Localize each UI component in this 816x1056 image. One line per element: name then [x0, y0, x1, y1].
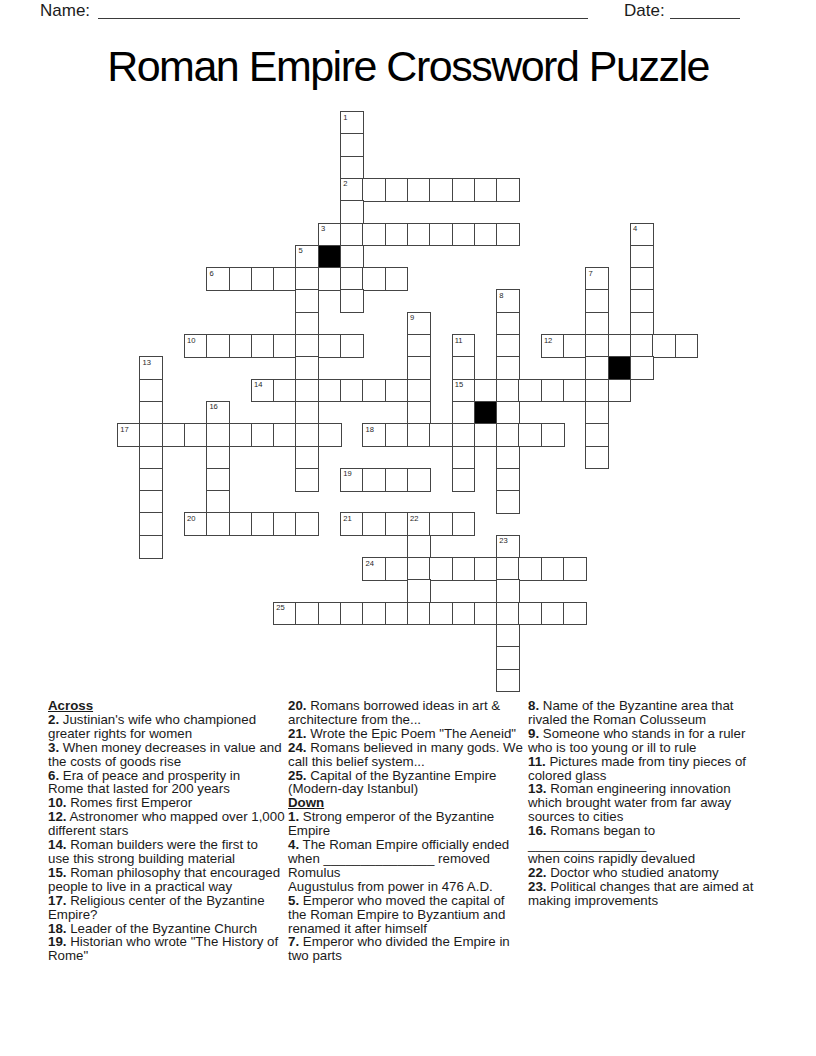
grid-cell[interactable] [407, 535, 431, 559]
clue-number-label: 14. [48, 837, 67, 852]
grid-cell[interactable] [340, 334, 364, 358]
across-clue-10: 10. Romes first Emperor [48, 796, 285, 810]
down-clue-23: 23. Political changes that are aimed at … [528, 880, 765, 908]
grid-cell[interactable] [452, 423, 476, 447]
clue-number: 13 [143, 359, 151, 367]
grid-cell[interactable] [585, 356, 609, 380]
clue-number-label: 2. [48, 712, 59, 727]
clue-number: 21 [343, 515, 351, 523]
block-cell [318, 245, 342, 269]
grid-cell[interactable] [385, 602, 409, 626]
grid-cell[interactable] [496, 334, 520, 358]
clue-number: 10 [187, 337, 195, 345]
grid-cell[interactable] [385, 557, 409, 581]
grid-cell[interactable] [139, 379, 163, 403]
grid-cell[interactable] [429, 512, 453, 536]
date-label: Date: [624, 1, 665, 21]
grid-cell[interactable] [139, 535, 163, 559]
grid-cell[interactable] [585, 423, 609, 447]
grid-cell[interactable] [452, 602, 476, 626]
clue-number-label: 20. [288, 698, 307, 713]
grid-cell[interactable] [496, 423, 520, 447]
grid-cell[interactable] [407, 379, 431, 403]
grid-cell[interactable] [541, 602, 565, 626]
clue-number-label: 21. [288, 726, 307, 741]
clue-number-label: 19. [48, 934, 67, 949]
across-clue-21: 21. Wrote the Epic Poem "The Aeneid" [288, 727, 525, 741]
grid-cell[interactable] [318, 334, 342, 358]
grid-cell[interactable] [295, 423, 319, 447]
down-clue-8: 8. Name of the Byzantine area that rival… [528, 699, 765, 727]
grid-cell[interactable] [474, 178, 498, 202]
grid-cell[interactable] [318, 423, 342, 447]
grid-cell[interactable] [585, 379, 609, 403]
grid-cell[interactable] [206, 446, 230, 470]
grid-cell[interactable] [407, 579, 431, 603]
grid-cell[interactable] [340, 200, 364, 224]
grid-cell[interactable] [139, 423, 163, 447]
grid-cell[interactable] [139, 512, 163, 536]
clue-number-label: 9. [528, 726, 539, 741]
grid-cell[interactable] [496, 401, 520, 425]
grid-cell[interactable] [362, 602, 386, 626]
grid-cell[interactable] [407, 178, 431, 202]
grid-cell[interactable] [139, 446, 163, 470]
clue-column-1: Across2. Justinian's wife who championed… [48, 699, 285, 963]
grid-cell[interactable] [496, 579, 520, 603]
across-clue-18: 18. Leader of the Byzantine Church [48, 922, 285, 936]
grid-cell[interactable] [229, 512, 253, 536]
clue-number: 2 [343, 180, 347, 188]
grid-cell[interactable] [362, 512, 386, 536]
grid-cell[interactable] [496, 557, 520, 581]
grid-cell[interactable] [452, 446, 476, 470]
grid-cell[interactable] [385, 267, 409, 291]
grid-cell[interactable] [385, 512, 409, 536]
grid-cell[interactable] [229, 423, 253, 447]
clue-number: 6 [209, 270, 213, 278]
grid-cell[interactable] [563, 379, 587, 403]
grid-cell[interactable] [206, 468, 230, 492]
grid-cell[interactable] [340, 289, 364, 313]
grid-cell[interactable] [407, 334, 431, 358]
clue-number-label: 6. [48, 768, 59, 783]
grid-cell[interactable] [295, 401, 319, 425]
clue-number-label: 11. [528, 754, 546, 769]
grid-cell[interactable] [251, 334, 275, 358]
clue-number-label: 17. [48, 893, 67, 908]
grid-cell[interactable] [251, 512, 275, 536]
grid-cell[interactable] [340, 379, 364, 403]
grid-cell[interactable] [585, 334, 609, 358]
grid-cell[interactable] [518, 602, 542, 626]
grid-cell[interactable] [429, 423, 453, 447]
grid-cell[interactable] [452, 557, 476, 581]
across-clue-12: 12. Astronomer who mapped over 1,000 dif… [48, 810, 285, 838]
clue-number-label: 25. [288, 768, 307, 783]
clue-number-label: 13. [528, 781, 547, 796]
grid-cell[interactable] [652, 334, 676, 358]
grid-cell[interactable] [139, 468, 163, 492]
grid-cell[interactable] [162, 423, 186, 447]
clue-column-2: 20. Romans borrowed ideas in art & archi… [288, 699, 525, 963]
grid-cell[interactable] [139, 490, 163, 514]
grid-cell[interactable] [385, 223, 409, 247]
clue-number-label: 16. [528, 823, 547, 838]
grid-cell[interactable] [206, 423, 230, 447]
grid-cell[interactable] [229, 267, 253, 291]
grid-cell[interactable] [184, 423, 208, 447]
grid-cell[interactable] [407, 602, 431, 626]
down-clue-4: 4. The Roman Empire officially ended whe… [288, 838, 525, 894]
grid-cell[interactable] [407, 356, 431, 380]
grid-cell[interactable] [206, 334, 230, 358]
grid-cell[interactable] [318, 379, 342, 403]
grid-cell[interactable] [585, 446, 609, 470]
grid-cell[interactable] [452, 223, 476, 247]
grid-cell[interactable] [474, 557, 498, 581]
grid-cell[interactable] [273, 423, 297, 447]
grid-cell[interactable] [362, 223, 386, 247]
grid-cell[interactable] [496, 646, 520, 670]
grid-cell[interactable] [496, 624, 520, 648]
clue-number: 9 [410, 314, 414, 322]
across-clue-24: 24. Romans believed in many gods. We cal… [288, 741, 525, 769]
clue-number: 3 [321, 225, 325, 233]
grid-cell[interactable] [541, 423, 565, 447]
grid-cell[interactable] [474, 223, 498, 247]
clue-number-label: 12. [48, 809, 67, 824]
date-blank-line[interactable] [670, 17, 740, 19]
across-clue-20: 20. Romans borrowed ideas in art & archi… [288, 699, 525, 727]
clue-number: 8 [499, 292, 503, 300]
grid-cell[interactable] [340, 602, 364, 626]
page-title: Roman Empire Crossword Puzzle [0, 42, 816, 91]
grid-cell[interactable] [496, 312, 520, 336]
grid-cell[interactable] [496, 379, 520, 403]
clue-number: 11 [455, 337, 463, 345]
grid-cell[interactable] [362, 379, 386, 403]
grid-cell[interactable] [295, 267, 319, 291]
clue-number: 16 [209, 403, 217, 411]
grid-cell[interactable] [318, 267, 342, 291]
grid-cell[interactable] [295, 379, 319, 403]
block-cell [474, 401, 498, 425]
clue-number: 22 [410, 515, 418, 523]
down-clue-1: 1. Strong emperor of the Byzantine Empir… [288, 810, 525, 838]
grid-cell[interactable] [496, 468, 520, 492]
grid-cell[interactable] [295, 289, 319, 313]
grid-cell[interactable] [563, 557, 587, 581]
grid-cell[interactable] [630, 312, 654, 336]
clue-number-label: 23. [528, 879, 547, 894]
clue-column-3: 8. Name of the Byzantine area that rival… [528, 699, 765, 908]
across-clue-17: 17. Religious center of the Byzantine Em… [48, 894, 285, 922]
grid-cell[interactable] [474, 602, 498, 626]
clue-number-label: 22. [528, 865, 547, 880]
clue-number: 24 [366, 560, 374, 568]
grid-cell[interactable] [630, 245, 654, 269]
grid-cell[interactable] [362, 468, 386, 492]
grid-cell[interactable] [295, 446, 319, 470]
clue-number: 12 [544, 337, 552, 345]
across-clue-6: 6. Era of peace and prosperity in Rome t… [48, 769, 285, 797]
clue-number: 5 [299, 247, 303, 255]
grid-cell[interactable] [496, 669, 520, 693]
grid-cell[interactable] [318, 602, 342, 626]
grid-cell[interactable] [630, 334, 654, 358]
grid-cell[interactable] [340, 133, 364, 157]
down-clue-11: 11. Pictures made from tiny pieces of co… [528, 755, 765, 783]
grid-cell[interactable] [429, 178, 453, 202]
across-clue-25: 25. Capital of the Byzantine Empire (Mod… [288, 769, 525, 797]
grid-cell[interactable] [362, 267, 386, 291]
grid-cell[interactable] [496, 602, 520, 626]
grid-cell[interactable] [407, 401, 431, 425]
down-clue-7: 7. Emperor who divided the Empire in two… [288, 935, 525, 963]
grid-cell[interactable] [251, 423, 275, 447]
clue-number-label: 8. [528, 698, 539, 713]
grid-cell[interactable] [340, 267, 364, 291]
clue-number: 20 [187, 515, 195, 523]
grid-cell[interactable] [385, 468, 409, 492]
clue-number-label: 1. [288, 809, 299, 824]
grid-cell[interactable] [452, 178, 476, 202]
grid-cell[interactable] [295, 334, 319, 358]
grid-cell[interactable] [563, 602, 587, 626]
across-header: Across [48, 699, 285, 713]
down-header: Down [288, 796, 525, 810]
crossword-grid: 1234567891011121314151617181920212223242… [117, 111, 699, 693]
name-label: Name: [40, 1, 90, 21]
grid-cell[interactable] [608, 379, 632, 403]
grid-cell[interactable] [407, 223, 431, 247]
grid-cell[interactable] [340, 245, 364, 269]
grid-cell[interactable] [229, 334, 253, 358]
worksheet-page: Name: Date: Roman Empire Crossword Puzzl… [0, 0, 816, 1056]
grid-cell[interactable] [295, 468, 319, 492]
clue-number-label: 18. [48, 921, 67, 936]
grid-cell[interactable] [518, 423, 542, 447]
grid-cell[interactable] [496, 446, 520, 470]
grid-cell[interactable] [474, 423, 498, 447]
grid-cell[interactable] [518, 557, 542, 581]
grid-cell[interactable] [474, 379, 498, 403]
grid-cell[interactable] [340, 223, 364, 247]
grid-cell[interactable] [630, 356, 654, 380]
down-clue-22: 22. Doctor who studied anatomy [528, 866, 765, 880]
grid-cell[interactable] [295, 356, 319, 380]
clue-number-label: 4. [288, 837, 299, 852]
grid-cell[interactable] [362, 178, 386, 202]
clue-number: 25 [276, 604, 284, 612]
grid-cell[interactable] [563, 334, 587, 358]
clue-number: 14 [254, 381, 262, 389]
grid-cell[interactable] [407, 468, 431, 492]
grid-cell[interactable] [206, 490, 230, 514]
grid-cell[interactable] [585, 401, 609, 425]
grid-cell[interactable] [452, 356, 476, 380]
clue-number: 15 [455, 381, 463, 389]
grid-cell[interactable] [496, 490, 520, 514]
across-clue-14: 14. Roman builders were the first to use… [48, 838, 285, 866]
grid-cell[interactable] [496, 178, 520, 202]
clue-number: 1 [343, 114, 347, 122]
clue-number: 4 [633, 225, 637, 233]
grid-cell[interactable] [429, 557, 453, 581]
grid-cell[interactable] [585, 289, 609, 313]
grid-cell[interactable] [429, 602, 453, 626]
grid-cell[interactable] [407, 423, 431, 447]
grid-cell[interactable] [496, 223, 520, 247]
grid-cell[interactable] [385, 178, 409, 202]
clue-number: 17 [120, 426, 128, 434]
clue-number-label: 5. [288, 893, 299, 908]
clue-number: 19 [343, 470, 351, 478]
grid-cell[interactable] [496, 356, 520, 380]
grid-cell[interactable] [273, 512, 297, 536]
grid-cell[interactable] [273, 334, 297, 358]
down-clue-16: 16. Romans began to ________________ whe… [528, 824, 765, 866]
grid-cell[interactable] [206, 512, 230, 536]
grid-cell[interactable] [675, 334, 699, 358]
grid-cell[interactable] [429, 223, 453, 247]
block-cell [608, 356, 632, 380]
grid-cell[interactable] [251, 267, 275, 291]
grid-cell[interactable] [518, 379, 542, 403]
grid-cell[interactable] [295, 312, 319, 336]
grid-cell[interactable] [585, 312, 609, 336]
clue-number-label: 7. [288, 934, 299, 949]
grid-cell[interactable] [630, 289, 654, 313]
grid-cell[interactable] [608, 334, 632, 358]
across-clue-19: 19. Historian who wrote "The History of … [48, 935, 285, 963]
grid-cell[interactable] [385, 379, 409, 403]
clue-number-label: 24. [288, 740, 307, 755]
across-clue-3: 3. When money decreases in value and the… [48, 741, 285, 769]
grid-cell[interactable] [295, 602, 319, 626]
grid-cell[interactable] [273, 379, 297, 403]
grid-cell[interactable] [452, 468, 476, 492]
clue-number: 7 [589, 270, 593, 278]
down-clue-9: 9. Someone who stands in for a ruler who… [528, 727, 765, 755]
grid-cell[interactable] [407, 557, 431, 581]
grid-cell[interactable] [295, 512, 319, 536]
down-clue-13: 13. Roman engineering innovation which b… [528, 782, 765, 824]
grid-cell[interactable] [139, 401, 163, 425]
grid-cell[interactable] [273, 267, 297, 291]
clue-number: 23 [499, 537, 507, 545]
grid-cell[interactable] [452, 401, 476, 425]
grid-cell[interactable] [385, 423, 409, 447]
name-blank-line[interactable] [98, 17, 588, 19]
grid-cell[interactable] [541, 379, 565, 403]
grid-cell[interactable] [630, 267, 654, 291]
grid-cell[interactable] [541, 557, 565, 581]
clue-number-label: 3. [48, 740, 59, 755]
down-clue-5: 5. Emperor who moved the capital of the … [288, 894, 525, 936]
across-clue-2: 2. Justinian's wife who championed great… [48, 713, 285, 741]
clue-number: 18 [366, 426, 374, 434]
clue-number-label: 15. [48, 865, 67, 880]
across-clue-15: 15. Roman philosophy that encouraged peo… [48, 866, 285, 894]
clue-number-label: 10. [48, 795, 67, 810]
grid-cell[interactable] [340, 156, 364, 180]
grid-cell[interactable] [452, 512, 476, 536]
